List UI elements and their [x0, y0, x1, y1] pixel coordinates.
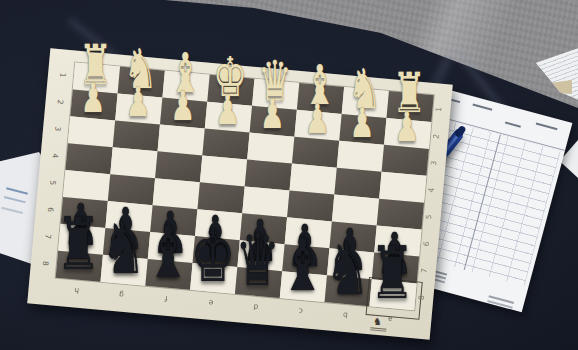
rank-label-left-2: 2 — [56, 99, 64, 104]
square-h4 — [65, 143, 112, 174]
black-knight-b8: ♞ — [324, 233, 369, 306]
white-pawn-a2: ♟ — [394, 107, 419, 148]
file-label-h: h — [66, 286, 87, 295]
rank-label-right-6: 6 — [423, 241, 431, 246]
rank-label-left-3: 3 — [54, 126, 62, 131]
square-b8: ♞ — [325, 275, 372, 306]
white-pawn-h2: ♟ — [80, 79, 105, 120]
square-c8: ♝ — [280, 271, 327, 302]
rank-label-left-4: 4 — [51, 153, 59, 158]
file-label-g: g — [111, 290, 132, 299]
square-h8: ♜ — [56, 251, 103, 282]
black-rook-h8: ♜ — [56, 208, 101, 281]
square-c4 — [290, 164, 337, 195]
chessboard-grid: ♜♞♝♚♛♝♞♜♟♟♟♟♟♟♟♟♟♟♟♟♟♟♟♟♜♞♝♚♛♝♞♜ — [56, 63, 434, 311]
white-pawn-d2: ♟ — [259, 95, 284, 136]
white-pawn-c2: ♟ — [304, 99, 329, 140]
file-label-b: b — [335, 310, 356, 319]
white-pawn-e2: ♟ — [215, 91, 240, 132]
paper-writing — [6, 187, 28, 194]
black-bishop-c8: ♝ — [280, 229, 325, 302]
rank-label-left-7: 7 — [44, 234, 52, 239]
black-king-e8: ♚ — [190, 220, 235, 293]
file-label-a: a — [380, 314, 401, 323]
chess-tournament-table-photo: ♜♞♝♚♛♝♞♜♟♟♟♟♟♟♟♟♟♟♟♟♟♟♟♟♜♞♝♚♛♝♞♜ 1234567… — [0, 0, 578, 350]
file-label-e: e — [201, 298, 222, 307]
rank-label-left-6: 6 — [46, 207, 54, 212]
square-a8: ♜ — [369, 279, 416, 310]
rank-label-right-2: 2 — [432, 134, 440, 139]
rank-label-right-5: 5 — [425, 214, 433, 219]
square-a4 — [379, 172, 426, 203]
white-pawn-g2: ♟ — [125, 83, 150, 124]
square-d4 — [245, 160, 292, 191]
black-knight-g8: ♞ — [100, 212, 145, 285]
knight-logo-icon: ♞ — [373, 316, 383, 328]
board-maker-logo: ♞ — [373, 317, 383, 328]
square-e8: ♚ — [190, 263, 237, 294]
square-f4 — [155, 151, 202, 182]
rank-label-right-8: 8 — [418, 295, 426, 300]
square-f8: ♝ — [145, 259, 192, 290]
rank-label-right-3: 3 — [430, 160, 438, 165]
scoresheet-footer-text — [488, 295, 514, 304]
black-bishop-f8: ♝ — [145, 216, 190, 289]
rank-label-left-5: 5 — [49, 180, 57, 185]
rank-label-right-4: 4 — [428, 187, 436, 192]
square-d8: ♛ — [235, 267, 282, 298]
white-pawn-f2: ♟ — [170, 87, 195, 128]
logo-fine-print — [370, 327, 386, 329]
rank-label-right-7: 7 — [420, 268, 428, 273]
square-b4 — [334, 168, 381, 199]
white-pawn-b2: ♟ — [349, 103, 374, 144]
rank-label-right-1: 1 — [435, 107, 443, 112]
file-label-f: f — [156, 294, 177, 303]
file-label-c: c — [290, 306, 311, 315]
rank-label-left-1: 1 — [58, 72, 66, 77]
square-e4 — [200, 155, 247, 186]
black-queen-d8: ♛ — [235, 224, 280, 297]
chessboard-mat: ♜♞♝♚♛♝♞♜♟♟♟♟♟♟♟♟♟♟♟♟♟♟♟♟♜♞♝♚♛♝♞♜ 1234567… — [27, 48, 453, 340]
square-g4 — [110, 147, 157, 178]
rank-label-left-8: 8 — [41, 261, 49, 266]
square-g8: ♞ — [100, 255, 147, 286]
black-rook-a8: ♜ — [369, 237, 414, 310]
file-label-d: d — [246, 302, 267, 311]
